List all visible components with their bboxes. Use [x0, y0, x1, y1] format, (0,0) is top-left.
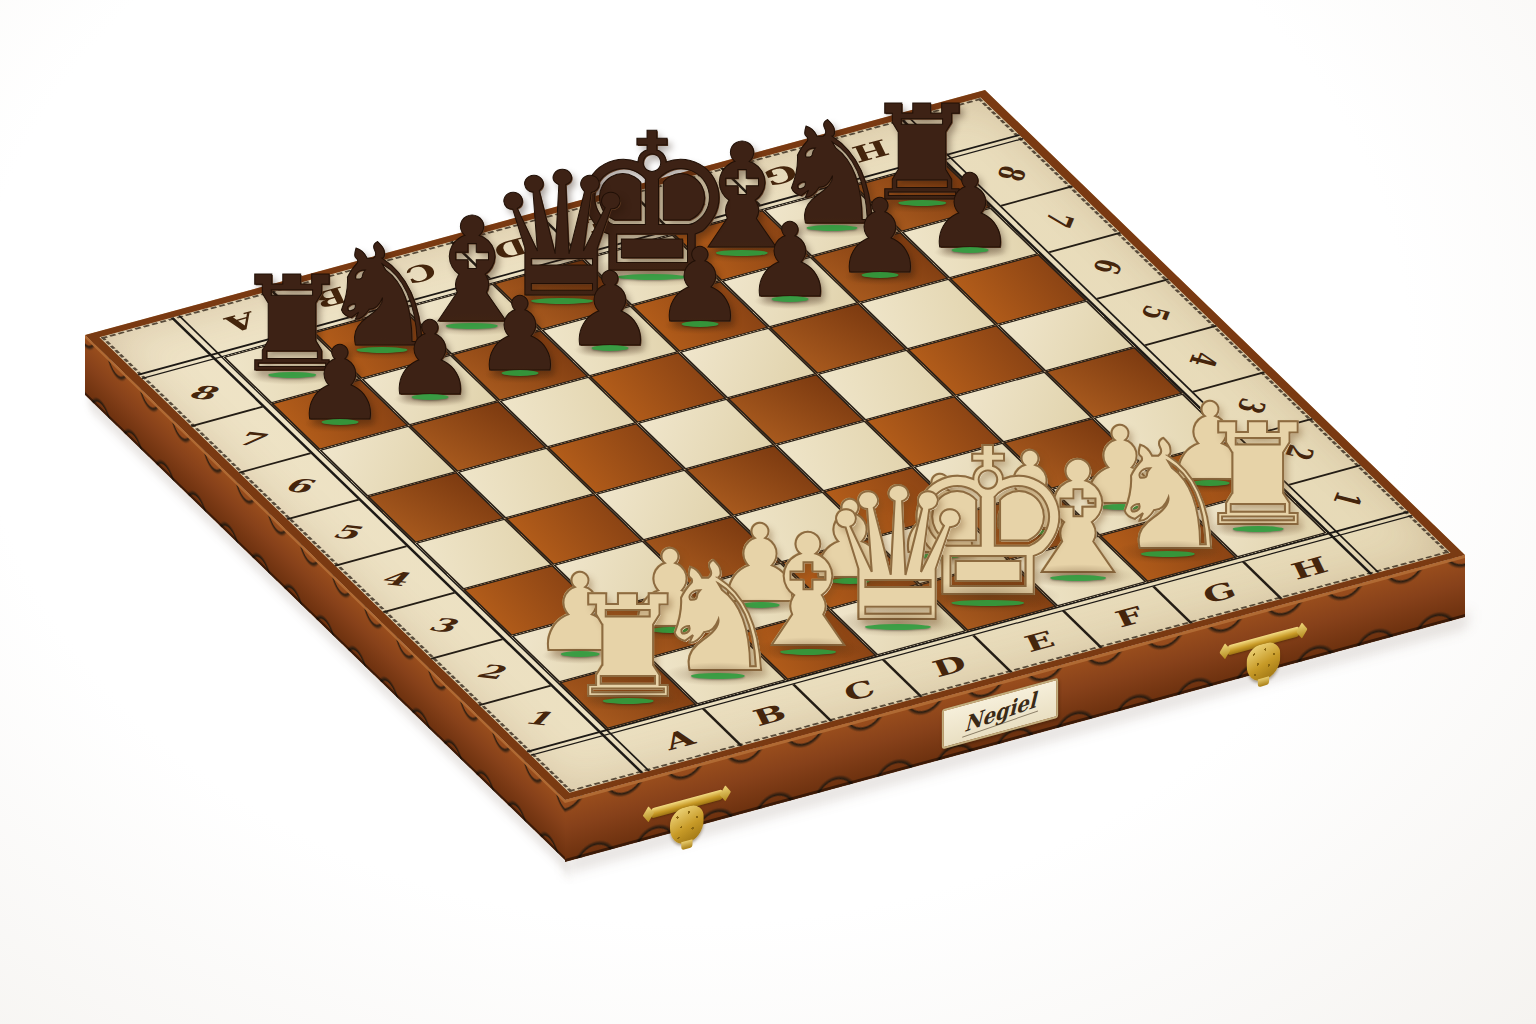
felt-base	[691, 673, 745, 679]
brass-latch-icon	[645, 781, 729, 858]
felt-base	[502, 370, 539, 376]
pawn-glyph: ♟	[744, 220, 836, 302]
piece-black-pawn-f7[interactable]: ♟	[739, 194, 841, 302]
felt-base	[592, 345, 629, 351]
piece-black-pawn-c7[interactable]: ♟	[469, 268, 571, 376]
felt-base	[952, 247, 989, 253]
felt-base	[603, 698, 654, 704]
piece-black-pawn-e7[interactable]: ♟	[649, 219, 751, 327]
pawn-glyph: ♟	[834, 196, 926, 278]
felt-base	[772, 296, 809, 302]
pawn-glyph: ♟	[294, 343, 386, 425]
brass-latch-icon	[1221, 618, 1305, 695]
felt-base	[322, 419, 359, 425]
product-photo-scene: Negiel AA11BB22CC33DD44EE55FF66GG77HH88 …	[0, 0, 1536, 1024]
brand-name: Negiel	[962, 689, 1038, 738]
felt-base	[862, 272, 899, 278]
piece-black-pawn-b7[interactable]: ♟	[379, 292, 481, 400]
felt-base	[412, 394, 449, 400]
pawn-glyph: ♟	[654, 245, 746, 327]
piece-black-pawn-a7[interactable]: ♟	[289, 317, 391, 425]
piece-black-pawn-d7[interactable]: ♟	[559, 243, 661, 351]
piece-black-pawn-h7[interactable]: ♟	[919, 145, 1021, 253]
piece-white-rook-a1[interactable]: ♜	[558, 556, 699, 704]
pawn-glyph: ♟	[384, 318, 476, 400]
rook-glyph: ♜	[565, 591, 691, 704]
pawn-glyph: ♟	[924, 171, 1016, 253]
felt-base	[682, 321, 719, 327]
piece-black-pawn-g7[interactable]: ♟	[829, 170, 931, 278]
pawn-glyph: ♟	[564, 269, 656, 351]
pawn-glyph: ♟	[474, 294, 566, 376]
